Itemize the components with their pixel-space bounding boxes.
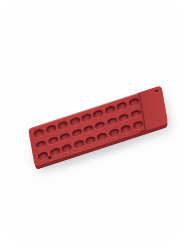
- pit-r1-c1: [34, 128, 45, 138]
- pit-r3-c5: [85, 136, 96, 146]
- pit-r2-c5: [83, 124, 94, 134]
- pit-r3-c1: [38, 151, 49, 161]
- pit-r2-c8: [119, 113, 130, 123]
- pit-r3-c4: [73, 139, 84, 149]
- pit-r1-c6: [93, 109, 104, 119]
- pit-r2-c9: [130, 109, 141, 119]
- pit-r2-c3: [59, 132, 70, 142]
- pit-r1-c2: [46, 125, 57, 135]
- pit-r2-c4: [71, 128, 82, 138]
- pit-r1-c8: [117, 101, 128, 111]
- pit-r2-c7: [107, 117, 118, 127]
- pit-r2-c6: [95, 120, 106, 130]
- pit-r2-c1: [36, 140, 47, 150]
- pit-r1-c3: [57, 121, 68, 131]
- pit-r3-c9: [132, 120, 143, 130]
- pit-r3-c3: [61, 143, 72, 153]
- pit-r1-c4: [69, 117, 80, 127]
- pit-r3-c8: [121, 124, 132, 134]
- pit-r1-c9: [129, 98, 140, 108]
- pit-r1-c7: [105, 105, 116, 115]
- product-photo: [0, 0, 183, 250]
- pit-r3-c6: [97, 132, 108, 142]
- pit-r3-c2: [50, 147, 61, 157]
- pit-r2-c2: [48, 136, 59, 146]
- pit-r1-c5: [81, 113, 92, 123]
- pit-r3-c7: [109, 128, 120, 138]
